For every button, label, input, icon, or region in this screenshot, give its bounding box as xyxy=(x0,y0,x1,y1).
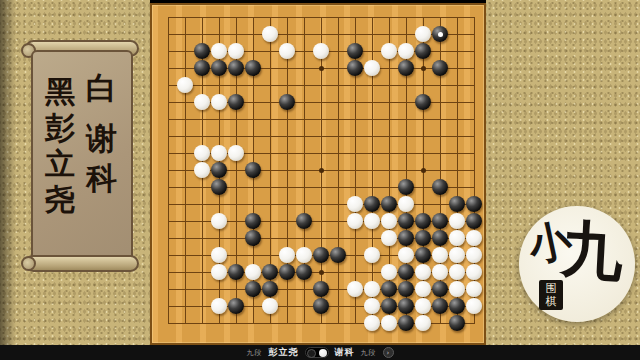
stone-black[interactable] xyxy=(398,213,414,229)
stone-black[interactable] xyxy=(245,281,261,297)
stone-black[interactable] xyxy=(449,298,465,314)
stone-black[interactable] xyxy=(279,264,295,280)
scroll-bottom-roll xyxy=(25,255,139,272)
stone-black[interactable] xyxy=(398,264,414,280)
stone-white[interactable] xyxy=(466,264,482,280)
stone-black[interactable] xyxy=(449,196,465,212)
hoshi-point xyxy=(319,270,324,275)
stone-black[interactable] xyxy=(432,26,448,42)
hoshi-point xyxy=(319,66,324,71)
stone-black[interactable] xyxy=(381,298,397,314)
calligraphy-char-black-col: 黑 xyxy=(45,74,75,110)
stone-white[interactable] xyxy=(466,247,482,263)
stone-black[interactable] xyxy=(245,60,261,76)
stone-black[interactable] xyxy=(245,230,261,246)
calligraphy-char-white-col: 谢 xyxy=(86,118,117,158)
go-broadcast-frame: { "game": "go", "board_size": 19, "posit… xyxy=(0,0,640,360)
stone-white[interactable] xyxy=(211,247,227,263)
stone-white[interactable] xyxy=(194,145,210,161)
stone-black[interactable] xyxy=(449,315,465,331)
stone-black[interactable] xyxy=(381,281,397,297)
black-rank-label: 九段 xyxy=(247,348,263,358)
stone-white[interactable] xyxy=(211,264,227,280)
stone-white[interactable] xyxy=(347,281,363,297)
turn-indicator-toggle[interactable] xyxy=(305,347,329,358)
stone-black[interactable] xyxy=(245,213,261,229)
stone-white[interactable] xyxy=(398,196,414,212)
stone-white[interactable] xyxy=(449,281,465,297)
stone-black[interactable] xyxy=(398,281,414,297)
black-player-calligraphy: 黑彭立尧 xyxy=(45,74,75,218)
stone-white[interactable] xyxy=(177,77,193,93)
logo-seal-char-2: 棋 xyxy=(539,295,563,308)
stone-black[interactable] xyxy=(330,247,346,263)
stone-black[interactable] xyxy=(432,179,448,195)
stone-white[interactable] xyxy=(449,264,465,280)
stone-white[interactable] xyxy=(449,230,465,246)
stone-black[interactable] xyxy=(228,60,244,76)
stone-black[interactable] xyxy=(194,60,210,76)
white-player-calligraphy: 白谢科 xyxy=(86,68,117,198)
stone-white[interactable] xyxy=(398,43,414,59)
white-stone-icon xyxy=(319,349,327,357)
app-logo-seal: 小 九 围 棋 xyxy=(519,206,635,322)
stone-black[interactable] xyxy=(398,315,414,331)
scroll-parchment: 白谢科 黑彭立尧 xyxy=(31,50,133,263)
stone-black[interactable] xyxy=(398,179,414,195)
stone-white[interactable] xyxy=(347,196,363,212)
stone-black[interactable] xyxy=(415,247,431,263)
stone-black[interactable] xyxy=(313,247,329,263)
logo-seal-stamp: 围 棋 xyxy=(539,280,563,310)
stone-black[interactable] xyxy=(381,196,397,212)
stone-black[interactable] xyxy=(432,281,448,297)
stone-black[interactable] xyxy=(296,213,312,229)
stone-white[interactable] xyxy=(449,247,465,263)
stone-white[interactable] xyxy=(364,247,380,263)
stone-white[interactable] xyxy=(262,298,278,314)
stone-black[interactable] xyxy=(194,43,210,59)
hoshi-point xyxy=(319,168,324,173)
stone-white[interactable] xyxy=(449,213,465,229)
stone-black[interactable] xyxy=(415,213,431,229)
stone-white[interactable] xyxy=(415,298,431,314)
left-edge-shadow xyxy=(0,0,16,345)
stone-black[interactable] xyxy=(415,94,431,110)
left-player-panel: 白谢科 黑彭立尧 xyxy=(0,0,150,345)
stone-white[interactable] xyxy=(211,145,227,161)
stone-black[interactable] xyxy=(398,230,414,246)
expand-badge[interactable]: › xyxy=(383,347,394,358)
stone-white[interactable] xyxy=(194,162,210,178)
stone-black[interactable] xyxy=(279,94,295,110)
calligraphy-char-white-col: 白 xyxy=(86,68,117,108)
stone-black[interactable] xyxy=(347,43,363,59)
stone-white[interactable] xyxy=(466,230,482,246)
stone-black[interactable] xyxy=(432,213,448,229)
hoshi-point xyxy=(421,168,426,173)
player-scroll: 白谢科 黑彭立尧 xyxy=(25,40,139,272)
stone-white[interactable] xyxy=(347,213,363,229)
stone-white[interactable] xyxy=(279,43,295,59)
bottom-status-bar: 九段 彭立尧 谢科 九段 › xyxy=(0,345,640,360)
stone-white[interactable] xyxy=(313,43,329,59)
stone-black[interactable] xyxy=(313,281,329,297)
stone-black[interactable] xyxy=(245,162,261,178)
go-board[interactable] xyxy=(150,3,486,345)
logo-seal-char-1: 围 xyxy=(539,282,563,295)
stone-white[interactable] xyxy=(228,43,244,59)
stone-black[interactable] xyxy=(313,298,329,314)
stone-white[interactable] xyxy=(466,298,482,314)
stone-white[interactable] xyxy=(415,264,431,280)
stone-white[interactable] xyxy=(211,43,227,59)
calligraphy-char-black-col: 立 xyxy=(45,146,75,182)
calligraphy-char-black-col: 尧 xyxy=(45,182,75,218)
stone-black[interactable] xyxy=(262,264,278,280)
stone-black[interactable] xyxy=(211,162,227,178)
black-stone-icon xyxy=(307,349,316,358)
stone-white[interactable] xyxy=(432,264,448,280)
stone-black[interactable] xyxy=(211,179,227,195)
stone-black[interactable] xyxy=(432,230,448,246)
stone-white[interactable] xyxy=(398,247,414,263)
hoshi-point xyxy=(421,66,426,71)
stone-white[interactable] xyxy=(364,281,380,297)
stone-white[interactable] xyxy=(262,26,278,42)
stone-white[interactable] xyxy=(211,94,227,110)
stone-white[interactable] xyxy=(364,60,380,76)
stone-white[interactable] xyxy=(194,94,210,110)
stone-black[interactable] xyxy=(364,196,380,212)
stone-white[interactable] xyxy=(364,213,380,229)
stone-white[interactable] xyxy=(211,298,227,314)
calligraphy-char-black-col: 彭 xyxy=(45,110,75,146)
calligraphy-char-white-col: 科 xyxy=(86,158,117,198)
logo-char-main: 九 xyxy=(559,218,624,283)
stone-black[interactable] xyxy=(432,298,448,314)
stone-white[interactable] xyxy=(211,213,227,229)
stone-black[interactable] xyxy=(296,264,312,280)
stone-black[interactable] xyxy=(228,298,244,314)
stone-black[interactable] xyxy=(228,94,244,110)
stone-white[interactable] xyxy=(381,315,397,331)
stone-white[interactable] xyxy=(415,26,431,42)
stone-black[interactable] xyxy=(211,60,227,76)
stone-black[interactable] xyxy=(415,230,431,246)
stone-white[interactable] xyxy=(279,247,295,263)
stone-white[interactable] xyxy=(364,298,380,314)
stone-white[interactable] xyxy=(364,315,380,331)
black-player-name: 彭立尧 xyxy=(269,346,299,359)
scroll-bottom-curl xyxy=(21,256,36,271)
stone-white[interactable] xyxy=(466,281,482,297)
stone-black[interactable] xyxy=(398,298,414,314)
stone-white[interactable] xyxy=(296,247,312,263)
white-rank-label: 九段 xyxy=(361,348,377,358)
stone-white[interactable] xyxy=(381,230,397,246)
stone-black[interactable] xyxy=(262,281,278,297)
stone-black[interactable] xyxy=(398,60,414,76)
stone-white[interactable] xyxy=(381,43,397,59)
stone-white[interactable] xyxy=(415,281,431,297)
stone-black[interactable] xyxy=(466,213,482,229)
stone-black[interactable] xyxy=(228,264,244,280)
stone-white[interactable] xyxy=(415,315,431,331)
stone-white[interactable] xyxy=(228,145,244,161)
white-player-name: 谢科 xyxy=(335,346,355,359)
stone-white[interactable] xyxy=(381,213,397,229)
stone-white[interactable] xyxy=(432,247,448,263)
stone-black[interactable] xyxy=(432,60,448,76)
stone-black[interactable] xyxy=(347,60,363,76)
stone-white[interactable] xyxy=(245,264,261,280)
stone-black[interactable] xyxy=(415,43,431,59)
right-panel: 小 九 围 棋 xyxy=(486,0,640,345)
last-move-marker xyxy=(438,32,443,37)
stone-white[interactable] xyxy=(381,264,397,280)
stone-black[interactable] xyxy=(466,196,482,212)
